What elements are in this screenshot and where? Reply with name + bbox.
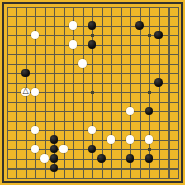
board-point[interactable] [116,125,126,135]
board-point[interactable] [68,21,78,31]
board-point[interactable] [68,116,78,126]
board-point[interactable] [40,87,50,97]
board-point[interactable] [59,40,69,50]
board-point[interactable] [78,49,88,59]
board-point[interactable] [173,21,183,31]
board-point[interactable] [87,30,97,40]
board-point[interactable] [68,97,78,107]
board-point[interactable] [154,30,164,40]
board-point[interactable] [144,154,154,164]
board-point[interactable] [21,125,31,135]
board-point[interactable] [40,78,50,88]
board-point[interactable] [78,11,88,21]
board-point[interactable] [40,116,50,126]
board-point[interactable] [78,30,88,40]
board-point[interactable] [68,125,78,135]
board-point[interactable] [11,173,21,183]
board-point[interactable] [163,11,173,21]
board-point[interactable] [125,11,135,21]
board-point[interactable] [173,106,183,116]
board-point[interactable] [87,40,97,50]
board-point[interactable] [163,125,173,135]
board-point[interactable] [135,49,145,59]
board-point[interactable] [106,30,116,40]
board-point[interactable] [68,78,78,88]
board-point[interactable] [78,116,88,126]
board-point[interactable] [2,11,12,21]
board-point[interactable] [59,97,69,107]
board-point[interactable] [154,144,164,154]
board-point[interactable] [87,49,97,59]
board-point[interactable] [116,30,126,40]
board-point[interactable] [163,154,173,164]
board-point[interactable] [125,125,135,135]
board-point[interactable] [49,116,59,126]
board-point[interactable] [78,21,88,31]
board-point[interactable] [106,49,116,59]
board-point[interactable] [30,116,40,126]
board-point[interactable] [2,173,12,183]
board-point[interactable] [30,30,40,40]
board-point[interactable] [11,68,21,78]
board-point[interactable] [163,40,173,50]
board-point[interactable] [135,87,145,97]
board-point[interactable] [125,87,135,97]
board-point[interactable] [49,144,59,154]
board-point[interactable] [40,144,50,154]
board-point[interactable] [97,68,107,78]
board-point[interactable] [163,2,173,12]
board-point[interactable] [40,163,50,173]
board-point[interactable] [78,163,88,173]
board-point[interactable] [173,40,183,50]
board-point[interactable] [30,49,40,59]
board-point[interactable] [154,163,164,173]
board-point[interactable] [144,116,154,126]
board-point[interactable] [154,106,164,116]
board-point[interactable] [11,11,21,21]
board-point[interactable] [49,40,59,50]
board-point[interactable] [106,135,116,145]
board-point[interactable] [144,78,154,88]
board-point[interactable] [40,135,50,145]
board-point[interactable] [49,106,59,116]
board-point[interactable] [97,59,107,69]
board-point[interactable] [78,2,88,12]
board-point[interactable] [2,2,12,12]
board-point[interactable] [21,97,31,107]
board-point[interactable] [87,87,97,97]
board-point[interactable] [49,49,59,59]
board-point[interactable] [125,173,135,183]
board-point[interactable] [163,106,173,116]
board-point[interactable] [106,173,116,183]
board-point[interactable] [125,68,135,78]
board-point[interactable] [163,30,173,40]
board-point[interactable] [49,78,59,88]
board-point[interactable] [11,144,21,154]
board-point[interactable] [49,97,59,107]
board-point[interactable] [154,11,164,21]
board-point[interactable] [144,173,154,183]
board-point[interactable] [78,173,88,183]
board-point[interactable]: △ [21,87,31,97]
board-point[interactable] [173,116,183,126]
board-point[interactable] [97,154,107,164]
board-point[interactable] [68,87,78,97]
board-point[interactable] [68,59,78,69]
board-point[interactable] [11,97,21,107]
board-point[interactable] [135,21,145,31]
board-point[interactable] [2,78,12,88]
board-point[interactable] [87,106,97,116]
board-point[interactable] [21,68,31,78]
board-point[interactable] [106,2,116,12]
board-point[interactable] [40,97,50,107]
board-point[interactable] [144,163,154,173]
board-point[interactable] [11,154,21,164]
board-point[interactable] [49,154,59,164]
board-point[interactable] [21,21,31,31]
board-point[interactable] [21,11,31,21]
board-point[interactable] [144,144,154,154]
board-point[interactable] [2,106,12,116]
board-point[interactable] [154,87,164,97]
board-point[interactable] [68,68,78,78]
board-point[interactable] [78,78,88,88]
board-point[interactable] [78,106,88,116]
board-point[interactable] [125,144,135,154]
board-point[interactable] [97,173,107,183]
board-point[interactable] [21,163,31,173]
board-point[interactable] [78,87,88,97]
board-point[interactable] [173,125,183,135]
board-point[interactable] [21,144,31,154]
board-point[interactable] [59,125,69,135]
board-point[interactable] [97,97,107,107]
board-point[interactable] [2,163,12,173]
board-point[interactable] [106,59,116,69]
board-point[interactable] [2,116,12,126]
board-point[interactable] [30,97,40,107]
board-point[interactable] [59,135,69,145]
board-point[interactable] [97,40,107,50]
board-point[interactable] [11,106,21,116]
board-point[interactable] [40,106,50,116]
board-point[interactable] [173,154,183,164]
board-point[interactable] [106,116,116,126]
board-point[interactable] [173,163,183,173]
board-point[interactable] [125,40,135,50]
board-point[interactable] [2,97,12,107]
board-point[interactable] [135,116,145,126]
board-point[interactable] [163,173,173,183]
board-point[interactable] [30,2,40,12]
board-point[interactable] [30,106,40,116]
board-point[interactable] [11,87,21,97]
board-point[interactable] [11,2,21,12]
board-point[interactable] [30,59,40,69]
board-point[interactable] [21,2,31,12]
board-point[interactable] [163,144,173,154]
board-point[interactable] [68,163,78,173]
board-point[interactable] [154,40,164,50]
board-point[interactable] [2,135,12,145]
board-point[interactable] [11,49,21,59]
board-point[interactable] [135,2,145,12]
board-point[interactable] [154,68,164,78]
board-point[interactable] [135,78,145,88]
board-point[interactable] [40,49,50,59]
board-point[interactable] [40,125,50,135]
board-point[interactable] [116,59,126,69]
board-point[interactable] [68,144,78,154]
board-point[interactable] [125,154,135,164]
board-point[interactable] [106,154,116,164]
board-point[interactable] [144,11,154,21]
board-point[interactable] [163,21,173,31]
board-point[interactable] [21,106,31,116]
board-point[interactable] [87,116,97,126]
board-point[interactable] [144,30,154,40]
board-point[interactable] [78,59,88,69]
board-point[interactable] [11,40,21,50]
board-point[interactable] [135,97,145,107]
board-point[interactable] [163,59,173,69]
board-point[interactable] [68,106,78,116]
board-point[interactable] [59,116,69,126]
board-point[interactable] [144,49,154,59]
board-point[interactable] [116,154,126,164]
board-point[interactable] [87,11,97,21]
board-point[interactable] [87,97,97,107]
board-point[interactable] [59,30,69,40]
board-point[interactable] [59,106,69,116]
board-point[interactable] [68,40,78,50]
board-point[interactable] [40,2,50,12]
board-point[interactable] [125,163,135,173]
board-point[interactable] [40,173,50,183]
board-point[interactable] [106,163,116,173]
board-point[interactable] [2,125,12,135]
board-point[interactable] [21,59,31,69]
board-point[interactable] [154,78,164,88]
board-point[interactable] [173,49,183,59]
board-point[interactable] [59,163,69,173]
board-point[interactable] [106,78,116,88]
board-point[interactable] [116,97,126,107]
board-point[interactable] [116,116,126,126]
board-point[interactable] [125,106,135,116]
board-point[interactable] [78,135,88,145]
board-point[interactable] [135,154,145,164]
board-point[interactable] [49,173,59,183]
board-point[interactable] [135,144,145,154]
board-point[interactable] [106,11,116,21]
board-point[interactable] [68,2,78,12]
board-point[interactable] [135,106,145,116]
board-point[interactable] [154,59,164,69]
board-point[interactable] [11,59,21,69]
board-point[interactable] [59,59,69,69]
board-point[interactable] [163,87,173,97]
board-point[interactable] [68,135,78,145]
board-point[interactable] [21,135,31,145]
board-point[interactable] [106,125,116,135]
board-point[interactable] [97,30,107,40]
board-point[interactable] [30,21,40,31]
board-point[interactable] [2,30,12,40]
board-point[interactable] [144,21,154,31]
board-point[interactable] [106,106,116,116]
board-point[interactable] [116,49,126,59]
board-point[interactable] [78,40,88,50]
board-point[interactable] [87,21,97,31]
board-point[interactable] [30,40,40,50]
board-point[interactable] [49,68,59,78]
board-point[interactable] [116,163,126,173]
board-point[interactable] [125,116,135,126]
board-point[interactable] [144,125,154,135]
board-point[interactable] [173,30,183,40]
board-point[interactable] [163,49,173,59]
board-point[interactable] [163,163,173,173]
board-point[interactable] [106,144,116,154]
board-point[interactable] [97,135,107,145]
board-point[interactable] [68,30,78,40]
board-point[interactable] [173,68,183,78]
board-point[interactable] [59,49,69,59]
board-point[interactable] [173,97,183,107]
board-point[interactable] [11,78,21,88]
board-point[interactable] [135,135,145,145]
board-point[interactable] [87,78,97,88]
board-point[interactable] [30,68,40,78]
board-point[interactable] [154,97,164,107]
board-point[interactable] [154,173,164,183]
board-point[interactable] [40,40,50,50]
board-point[interactable] [116,2,126,12]
board-point[interactable] [135,59,145,69]
board-point[interactable] [97,87,107,97]
board-point[interactable] [59,154,69,164]
board-point[interactable] [173,2,183,12]
board-point[interactable] [68,49,78,59]
board-point[interactable] [144,59,154,69]
board-point[interactable] [135,68,145,78]
board-point[interactable] [163,68,173,78]
board-point[interactable] [78,144,88,154]
board-point[interactable] [125,135,135,145]
board-point[interactable] [154,21,164,31]
board-point[interactable] [68,154,78,164]
board-point[interactable] [154,154,164,164]
board-point[interactable] [135,40,145,50]
board-point[interactable] [40,21,50,31]
board-point[interactable] [97,2,107,12]
board-point[interactable] [11,116,21,126]
board-point[interactable] [116,173,126,183]
board-point[interactable] [173,135,183,145]
board-point[interactable] [59,68,69,78]
board-point[interactable] [116,11,126,21]
board-point[interactable] [125,97,135,107]
board-point[interactable] [30,154,40,164]
board-point[interactable] [21,116,31,126]
board-point[interactable] [87,68,97,78]
board-point[interactable] [173,173,183,183]
board-point[interactable] [163,116,173,126]
board-point[interactable] [97,144,107,154]
board-point[interactable] [21,30,31,40]
board-point[interactable] [97,49,107,59]
board-point[interactable] [116,135,126,145]
board-point[interactable] [97,125,107,135]
board-point[interactable] [163,97,173,107]
board-point[interactable] [49,11,59,21]
board-point[interactable] [49,125,59,135]
board-point[interactable] [21,49,31,59]
board-point[interactable] [116,78,126,88]
board-point[interactable] [173,87,183,97]
board-point[interactable] [49,21,59,31]
board-point[interactable] [49,59,59,69]
board-point[interactable] [2,144,12,154]
board-point[interactable] [2,154,12,164]
board-point[interactable] [11,30,21,40]
board-point[interactable] [59,2,69,12]
board-point[interactable] [173,59,183,69]
board-point[interactable] [135,30,145,40]
board-point[interactable] [49,87,59,97]
board-point[interactable] [78,68,88,78]
board-point[interactable] [78,97,88,107]
board-point[interactable] [106,21,116,31]
board-point[interactable] [30,125,40,135]
board-point[interactable] [154,2,164,12]
board-point[interactable] [78,154,88,164]
board-point[interactable] [154,116,164,126]
board-point[interactable] [87,135,97,145]
board-point[interactable] [106,40,116,50]
board-point[interactable] [125,30,135,40]
board-point[interactable] [78,125,88,135]
board-point[interactable] [135,125,145,135]
board-point[interactable] [59,144,69,154]
board-point[interactable] [144,2,154,12]
board-point[interactable] [40,59,50,69]
board-point[interactable] [87,154,97,164]
board-point[interactable] [97,106,107,116]
board-point[interactable] [59,11,69,21]
board-point[interactable] [21,173,31,183]
board-point[interactable] [2,68,12,78]
board-point[interactable] [106,97,116,107]
board-point[interactable] [154,125,164,135]
board-point[interactable] [59,173,69,183]
board-point[interactable] [163,135,173,145]
board-point[interactable] [116,87,126,97]
board-point[interactable] [87,2,97,12]
board-point[interactable] [49,163,59,173]
board-point[interactable] [144,68,154,78]
board-point[interactable] [125,59,135,69]
board-point[interactable] [135,11,145,21]
board-point[interactable] [30,144,40,154]
board-point[interactable] [30,163,40,173]
board-point[interactable] [87,59,97,69]
board-point[interactable] [97,21,107,31]
